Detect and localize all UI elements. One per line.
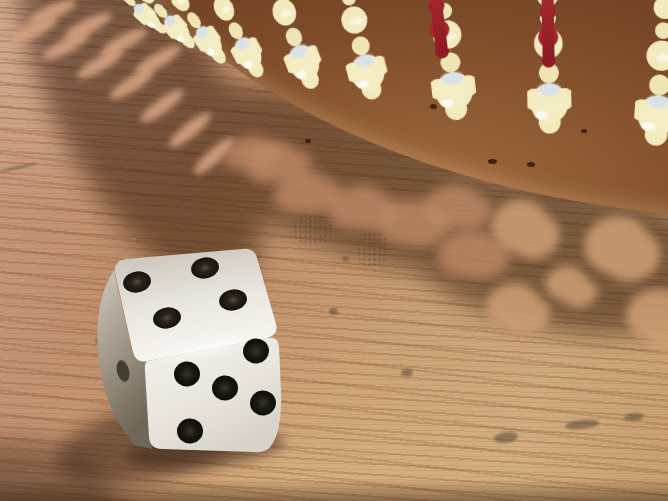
dice-photo bbox=[0, 0, 668, 501]
bottom-vignette bbox=[0, 479, 668, 501]
die bbox=[88, 243, 288, 468]
